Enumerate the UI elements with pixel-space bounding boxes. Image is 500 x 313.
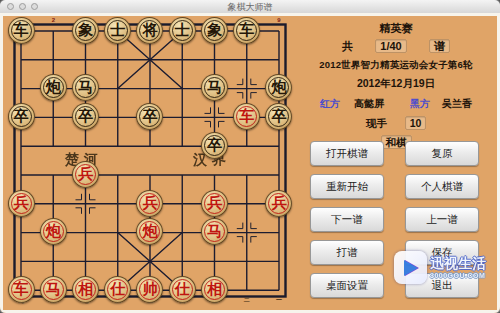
black-player-name: 吴兰香: [442, 97, 472, 111]
piece-red-chariot[interactable]: 车: [233, 103, 260, 130]
piece-grid: 车象士将士象车炮马马炮卒卒卒卒卒车兵兵兵兵兵炮炮马车马相仕帅仕相: [5, 16, 295, 304]
move-counter: 现手10: [295, 117, 497, 131]
piece-glyph: 兵: [271, 196, 286, 211]
piece-red-pawn[interactable]: 兵: [201, 190, 228, 217]
move-label: 现手: [366, 117, 387, 129]
piece-glyph: 卒: [78, 109, 93, 124]
move-value: 10: [405, 116, 427, 130]
record-counter: 共1/40谱: [295, 39, 497, 54]
piece-red-chariot[interactable]: 车: [8, 276, 35, 303]
piece-glyph: 象: [78, 23, 93, 38]
piece-glyph: 马: [46, 282, 61, 297]
piece-red-cannon[interactable]: 炮: [40, 218, 67, 245]
piece-glyph: 炮: [46, 80, 61, 95]
personal-records-button[interactable]: 个人棋谱: [405, 174, 479, 199]
piece-glyph: 兵: [14, 196, 29, 211]
piece-glyph: 炮: [271, 80, 286, 95]
count-value: 1/40: [375, 39, 406, 53]
restore-button[interactable]: 复原: [405, 141, 479, 166]
piece-glyph: 象: [207, 23, 222, 38]
piece-black-advisor[interactable]: 士: [169, 17, 196, 44]
piece-red-cannon[interactable]: 炮: [136, 218, 163, 245]
watermark-play-logo-icon: [394, 251, 427, 284]
red-player-name: 高懿屏: [354, 97, 384, 111]
count-prefix: 共: [342, 40, 353, 52]
piece-red-horse[interactable]: 马: [201, 218, 228, 245]
piece-black-horse[interactable]: 马: [201, 74, 228, 101]
black-side-label: 黑方: [410, 97, 430, 111]
piece-red-elephant[interactable]: 相: [201, 276, 228, 303]
piece-black-general[interactable]: 将: [136, 17, 163, 44]
piece-glyph: 炮: [46, 224, 61, 239]
piece-glyph: 卒: [271, 109, 286, 124]
piece-black-elephant[interactable]: 象: [72, 17, 99, 44]
piece-black-advisor[interactable]: 士: [104, 17, 131, 44]
piece-glyph: 兵: [78, 167, 93, 182]
red-side-label: 红方: [320, 97, 340, 111]
piece-glyph: 卒: [207, 138, 222, 153]
piece-red-horse[interactable]: 马: [40, 276, 67, 303]
watermark: 迅视生活 3000GOU.COM: [394, 251, 486, 284]
previous-record-button[interactable]: 上一谱: [405, 207, 479, 232]
piece-red-pawn[interactable]: 兵: [265, 190, 292, 217]
watermark-url: 3000GOU.COM: [430, 272, 486, 279]
piece-glyph: 士: [110, 23, 125, 38]
piece-glyph: 兵: [142, 196, 157, 211]
piece-glyph: 仕: [175, 282, 190, 297]
piece-red-elephant[interactable]: 相: [72, 276, 99, 303]
piece-red-pawn[interactable]: 兵: [136, 190, 163, 217]
piece-glyph: 将: [142, 23, 157, 38]
desktop-settings-button[interactable]: 桌面设置: [310, 273, 384, 298]
app-window: 象棋大师谱 楚河 汉界 123456789 九八七六五四三二一 车象士将士象车炮…: [0, 0, 500, 313]
piece-glyph: 卒: [142, 109, 157, 124]
piece-black-cannon[interactable]: 炮: [265, 74, 292, 101]
tournament-name: 精英赛: [295, 21, 497, 36]
piece-glyph: 士: [175, 23, 190, 38]
xiangqi-board[interactable]: 楚河 汉界 123456789 九八七六五四三二一 车象士将士象车炮马马炮卒卒卒…: [5, 16, 295, 308]
piece-glyph: 相: [78, 282, 93, 297]
piece-glyph: 炮: [142, 224, 157, 239]
window-titlebar: 象棋大师谱: [0, 0, 500, 14]
piece-black-cannon[interactable]: 炮: [40, 74, 67, 101]
piece-black-soldier[interactable]: 卒: [8, 103, 35, 130]
count-suffix: 谱: [429, 39, 450, 53]
open-record-button[interactable]: 打开棋谱: [310, 141, 384, 166]
next-record-button[interactable]: 下一谱: [310, 207, 384, 232]
piece-glyph: 车: [14, 282, 29, 297]
piece-glyph: 马: [78, 80, 93, 95]
piece-glyph: 相: [207, 282, 222, 297]
event-name: 2012世界智力精英运动会女子第6轮: [295, 59, 497, 72]
piece-red-king[interactable]: 帅: [136, 276, 163, 303]
piece-glyph: 车: [14, 23, 29, 38]
piece-red-advisor[interactable]: 仕: [169, 276, 196, 303]
event-date: 2012年12月19日: [295, 77, 497, 91]
piece-glyph: 兵: [207, 196, 222, 211]
piece-red-pawn[interactable]: 兵: [8, 190, 35, 217]
watermark-brand: 迅视生活: [430, 256, 486, 270]
piece-red-pawn[interactable]: 兵: [72, 161, 99, 188]
piece-black-soldier[interactable]: 卒: [201, 132, 228, 159]
piece-black-soldier[interactable]: 卒: [265, 103, 292, 130]
piece-glyph: 车: [239, 23, 254, 38]
piece-glyph: 马: [207, 80, 222, 95]
piece-glyph: 车: [239, 109, 254, 124]
piece-black-soldier[interactable]: 卒: [136, 103, 163, 130]
piece-black-horse[interactable]: 马: [72, 74, 99, 101]
piece-glyph: 马: [207, 224, 222, 239]
piece-black-elephant[interactable]: 象: [201, 17, 228, 44]
piece-glyph: 仕: [110, 282, 125, 297]
piece-black-soldier[interactable]: 卒: [72, 103, 99, 130]
piece-black-chariot[interactable]: 车: [233, 17, 260, 44]
play-through-button[interactable]: 打谱: [310, 240, 384, 265]
piece-glyph: 帅: [142, 282, 157, 297]
players-row: 红方 高懿屏 黑方 吴兰香: [295, 97, 497, 111]
piece-black-chariot[interactable]: 车: [8, 17, 35, 44]
piece-red-advisor[interactable]: 仕: [104, 276, 131, 303]
restart-button[interactable]: 重新开始: [310, 174, 384, 199]
piece-glyph: 卒: [14, 109, 29, 124]
